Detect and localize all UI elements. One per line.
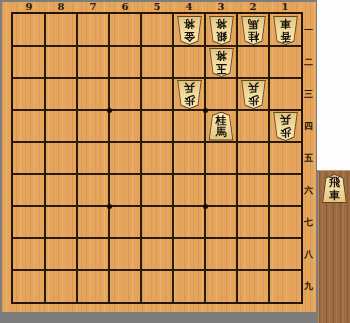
rank-label-1: 一 [301,24,316,37]
square-6-7[interactable] [109,206,141,238]
piece-kanji: 歩兵 [279,113,291,138]
square-7-7[interactable] [77,206,109,238]
square-6-4[interactable] [109,110,141,142]
square-3-7[interactable] [205,206,237,238]
piece-face: 歩兵 [274,113,297,140]
square-5-7[interactable] [141,206,173,238]
square-9-2[interactable] [13,46,45,78]
square-6-1[interactable] [109,14,141,46]
square-3-8[interactable] [205,238,237,270]
square-9-8[interactable] [13,238,45,270]
square-5-6[interactable] [141,174,173,206]
square-2-4[interactable] [237,110,269,142]
side-panel [317,0,350,170]
square-9-4[interactable] [13,110,45,142]
square-5-8[interactable] [141,238,173,270]
sente-knight[interactable]: 桂馬 [209,112,234,141]
square-5-4[interactable] [141,110,173,142]
square-1-3[interactable] [269,78,301,110]
square-4-5[interactable] [173,142,205,174]
square-2-9[interactable] [237,270,269,302]
shogi-diagram: 飛車 987654321一二三四五六七八九香車桂馬銀将金将玉将歩兵歩兵歩兵桂馬 [0,0,350,323]
square-5-3[interactable] [141,78,173,110]
square-7-9[interactable] [77,270,109,302]
square-4-7[interactable] [173,206,205,238]
file-label-2: 2 [243,1,263,12]
piece-face: 金将 [178,17,201,44]
square-9-9[interactable] [13,270,45,302]
square-8-7[interactable] [45,206,77,238]
rank-label-8: 八 [301,248,316,261]
square-6-5[interactable] [109,142,141,174]
file-label-6: 6 [115,1,135,12]
square-2-6[interactable] [237,174,269,206]
square-2-8[interactable] [237,238,269,270]
rank-label-6: 六 [301,184,316,197]
square-7-5[interactable] [77,142,109,174]
square-6-3[interactable] [109,78,141,110]
square-9-5[interactable] [13,142,45,174]
square-1-5[interactable] [269,142,301,174]
square-3-3[interactable] [205,78,237,110]
square-4-2[interactable] [173,46,205,78]
square-2-7[interactable] [237,206,269,238]
board-grid [13,14,301,302]
file-label-5: 5 [147,1,167,12]
square-4-8[interactable] [173,238,205,270]
piece-face: 飛車 [323,175,346,202]
piece-kanji: 金将 [183,17,195,42]
square-7-3[interactable] [77,78,109,110]
square-7-2[interactable] [77,46,109,78]
square-8-5[interactable] [45,142,77,174]
piece-kanji: 桂馬 [247,17,259,42]
file-label-9: 9 [19,1,39,12]
file-label-1: 1 [275,1,295,12]
square-3-6[interactable] [205,174,237,206]
piece-face: 歩兵 [178,81,201,108]
square-5-5[interactable] [141,142,173,174]
square-7-1[interactable] [77,14,109,46]
square-4-6[interactable] [173,174,205,206]
square-9-3[interactable] [13,78,45,110]
square-6-9[interactable] [109,270,141,302]
file-label-3: 3 [211,1,231,12]
piece-face: 銀将 [210,17,233,44]
square-8-8[interactable] [45,238,77,270]
rank-label-5: 五 [301,152,316,165]
square-6-8[interactable] [109,238,141,270]
file-label-7: 7 [83,1,103,12]
square-5-1[interactable] [141,14,173,46]
piece-face: 香車 [274,17,297,44]
square-1-9[interactable] [269,270,301,302]
square-3-9[interactable] [205,270,237,302]
piece-kanji: 歩兵 [183,81,195,106]
file-label-8: 8 [51,1,71,12]
square-7-4[interactable] [77,110,109,142]
square-8-4[interactable] [45,110,77,142]
piece-kanji: 銀将 [215,17,227,42]
rank-label-3: 三 [301,88,316,101]
rank-label-9: 九 [301,280,316,293]
square-1-2[interactable] [269,46,301,78]
square-9-6[interactable] [13,174,45,206]
square-1-7[interactable] [269,206,301,238]
piece-kanji: 飛車 [329,177,341,202]
piece-face: 玉将 [210,49,233,76]
square-7-8[interactable] [77,238,109,270]
square-2-5[interactable] [237,142,269,174]
rank-label-2: 二 [301,56,316,69]
piece-kanji: 桂馬 [215,115,227,140]
rank-label-7: 七 [301,216,316,229]
square-1-8[interactable] [269,238,301,270]
square-1-6[interactable] [269,174,301,206]
square-4-9[interactable] [173,270,205,302]
square-8-1[interactable] [45,14,77,46]
square-9-7[interactable] [13,206,45,238]
square-5-9[interactable] [141,270,173,302]
piece-face: 桂馬 [242,17,265,44]
square-6-6[interactable] [109,174,141,206]
square-8-3[interactable] [45,78,77,110]
square-5-2[interactable] [141,46,173,78]
square-8-2[interactable] [45,46,77,78]
square-2-2[interactable] [237,46,269,78]
rank-label-4: 四 [301,120,316,133]
square-3-5[interactable] [205,142,237,174]
file-label-4: 4 [179,1,199,12]
piece-face: 歩兵 [242,81,265,108]
piece-face: 桂馬 [210,113,233,140]
square-8-6[interactable] [45,174,77,206]
piece-kanji: 香車 [279,17,291,42]
square-7-6[interactable] [77,174,109,206]
piece-kanji: 玉将 [215,49,227,74]
square-4-4[interactable] [173,110,205,142]
komadai-sente: 飛車 [318,170,350,323]
piece-kanji: 歩兵 [247,81,259,106]
hand-piece-rook[interactable]: 飛車 [322,174,347,203]
square-8-9[interactable] [45,270,77,302]
square-6-2[interactable] [109,46,141,78]
square-9-1[interactable] [13,14,45,46]
